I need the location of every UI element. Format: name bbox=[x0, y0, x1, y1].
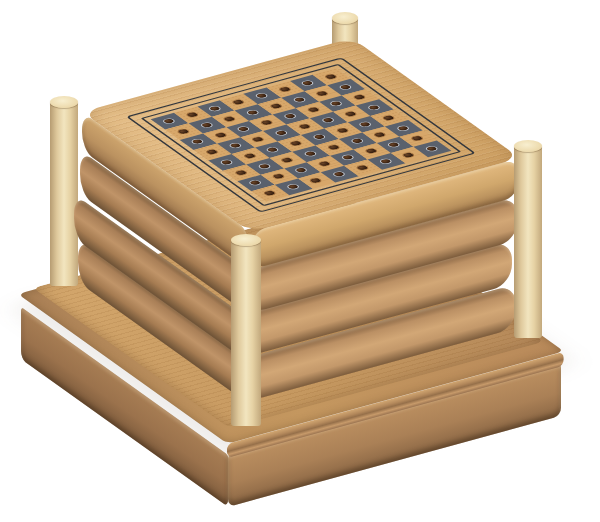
peg-hole bbox=[245, 109, 261, 116]
peg-hole bbox=[331, 171, 347, 178]
peg-hole bbox=[227, 142, 243, 149]
peg-hole bbox=[325, 144, 341, 151]
peg-hole bbox=[262, 190, 278, 197]
peg-hole bbox=[277, 86, 293, 93]
peg-hole bbox=[294, 167, 310, 174]
peg-hole bbox=[317, 160, 333, 167]
peg-hole bbox=[204, 148, 220, 155]
corner-post-left bbox=[50, 96, 78, 286]
peg-hole bbox=[349, 137, 365, 144]
peg-hole bbox=[311, 133, 327, 140]
peg-hole bbox=[354, 164, 370, 171]
peg-hole bbox=[329, 100, 345, 107]
peg-hole bbox=[221, 115, 237, 122]
peg-hole bbox=[363, 148, 379, 155]
corner-post-right bbox=[514, 140, 542, 338]
peg-hole bbox=[279, 156, 295, 163]
peg-hole bbox=[409, 135, 425, 142]
peg-hole bbox=[343, 110, 359, 117]
peg-hole bbox=[218, 159, 234, 166]
peg-hole bbox=[175, 128, 191, 135]
peg-hole bbox=[386, 141, 402, 148]
peg-hole bbox=[297, 123, 313, 130]
peg-hole bbox=[236, 125, 252, 132]
peg-hole bbox=[242, 152, 258, 159]
peg-hole bbox=[395, 125, 411, 132]
post-back-top bbox=[332, 12, 358, 24]
peg-hole bbox=[273, 129, 289, 136]
post-right-top bbox=[514, 140, 542, 152]
peg-hole bbox=[302, 150, 318, 157]
peg-hole bbox=[334, 127, 350, 134]
peg-hole bbox=[366, 104, 382, 111]
peg-hole bbox=[357, 121, 373, 128]
product-photo-scene bbox=[0, 0, 600, 522]
peg-hole bbox=[424, 145, 440, 152]
peg-hole bbox=[233, 169, 249, 176]
peg-hole bbox=[189, 138, 205, 145]
peg-hole bbox=[256, 163, 272, 170]
peg-hole bbox=[207, 105, 223, 112]
post-front-body bbox=[231, 240, 261, 426]
peg-hole bbox=[308, 177, 324, 184]
peg-hole bbox=[340, 154, 356, 161]
peg-hole bbox=[213, 132, 229, 139]
peg-hole bbox=[268, 102, 284, 109]
peg-hole bbox=[161, 118, 177, 125]
peg-hole bbox=[320, 117, 336, 124]
peg-hole bbox=[305, 106, 321, 113]
post-front-top bbox=[231, 234, 261, 246]
peg-hole bbox=[381, 114, 397, 121]
peg-hole bbox=[184, 111, 200, 118]
peg-hole bbox=[291, 96, 307, 103]
peg-hole bbox=[285, 183, 301, 190]
peg-hole bbox=[314, 90, 330, 97]
peg-hole bbox=[323, 73, 339, 80]
peg-hole bbox=[250, 136, 266, 143]
peg-hole bbox=[352, 94, 368, 101]
peg-hole bbox=[372, 131, 388, 138]
peg-hole bbox=[247, 179, 263, 186]
peg-hole bbox=[377, 158, 393, 165]
peg-hole bbox=[198, 121, 214, 128]
peg-hole bbox=[401, 152, 417, 159]
peg-hole bbox=[265, 146, 281, 153]
peg-hole bbox=[253, 92, 269, 99]
peg-hole bbox=[288, 140, 304, 147]
peg-hole bbox=[270, 173, 286, 180]
peg-hole bbox=[230, 98, 246, 105]
peg-hole bbox=[259, 119, 275, 126]
peg-hole bbox=[337, 83, 353, 90]
peg-hole bbox=[300, 79, 316, 86]
peg-hole bbox=[282, 113, 298, 120]
post-right-body bbox=[514, 146, 542, 338]
post-left-top bbox=[50, 96, 78, 108]
post-left-body bbox=[50, 102, 78, 286]
corner-post-front bbox=[231, 234, 261, 426]
